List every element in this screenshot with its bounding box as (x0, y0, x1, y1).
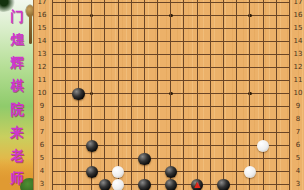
board-intersection[interactable] (59, 9, 72, 22)
board-intersection[interactable] (217, 9, 230, 22)
board-intersection[interactable] (191, 113, 204, 126)
board-intersection[interactable] (191, 139, 204, 152)
row-label-right: 7 (290, 128, 304, 137)
board-intersection[interactable] (72, 178, 85, 190)
board-intersection[interactable] (138, 9, 151, 22)
board-intersection[interactable] (230, 35, 243, 48)
row-label-left: 6 (34, 141, 50, 150)
board-intersection[interactable] (85, 87, 98, 100)
board-intersection[interactable] (125, 74, 138, 87)
board-intersection[interactable] (243, 61, 256, 74)
sidebar-caption-char: 辉 (9, 51, 25, 74)
board-intersection[interactable] (217, 165, 230, 178)
go-app-screen: 门煌辉棋院来老师 ▲ 17161514131211109876543 17161… (0, 0, 304, 190)
board-intersection[interactable] (85, 165, 98, 178)
board-intersection[interactable] (98, 35, 111, 48)
board-intersection[interactable] (85, 48, 98, 61)
board-intersection[interactable] (151, 74, 164, 87)
board-intersection[interactable] (72, 35, 85, 48)
row-labels-left: 17161514131211109876543 (34, 0, 50, 190)
board-intersection[interactable] (59, 100, 72, 113)
board-intersection[interactable] (125, 139, 138, 152)
board-intersection[interactable] (191, 100, 204, 113)
board-intersection[interactable] (85, 126, 98, 139)
board-intersection[interactable] (217, 0, 230, 9)
board-intersection[interactable] (243, 87, 256, 100)
board-intersection[interactable] (217, 152, 230, 165)
board-intersection[interactable] (270, 113, 283, 126)
row-label-right: 6 (290, 141, 304, 150)
board-intersection[interactable] (98, 165, 111, 178)
sidebar-caption-char: 棋 (9, 74, 25, 97)
board-intersection[interactable] (270, 9, 283, 22)
board-intersection[interactable] (257, 113, 270, 126)
board-intersection[interactable] (204, 61, 217, 74)
board-intersection[interactable] (243, 0, 256, 9)
board-intersection[interactable] (243, 35, 256, 48)
board-intersection[interactable] (270, 87, 283, 100)
board-intersection[interactable] (191, 126, 204, 139)
board-intersection[interactable] (138, 87, 151, 100)
black-stone (217, 179, 229, 190)
white-stone (257, 140, 269, 152)
board-intersection[interactable] (59, 74, 72, 87)
board-intersection[interactable] (98, 0, 111, 9)
board-intersection[interactable] (217, 178, 230, 190)
row-label-right: 3 (290, 180, 304, 189)
board-intersection[interactable] (59, 61, 72, 74)
board-intersection[interactable] (204, 113, 217, 126)
board-intersection[interactable] (164, 87, 177, 100)
board-intersection[interactable] (230, 87, 243, 100)
board-intersection[interactable] (164, 22, 177, 35)
board-intersection[interactable] (151, 9, 164, 22)
row-label-left: 17 (34, 0, 50, 7)
board-intersection[interactable] (191, 9, 204, 22)
board-intersection[interactable] (270, 165, 283, 178)
board-intersection[interactable] (270, 35, 283, 48)
board-intersection[interactable] (164, 48, 177, 61)
board-intersection[interactable] (111, 74, 124, 87)
board-intersection[interactable] (257, 178, 270, 190)
board-intersection[interactable] (177, 126, 190, 139)
board-intersection[interactable] (177, 165, 190, 178)
board-intersection[interactable] (177, 178, 190, 190)
board-intersection[interactable] (98, 48, 111, 61)
board-intersection[interactable] (230, 22, 243, 35)
board-intersection[interactable] (125, 87, 138, 100)
black-stone (86, 140, 98, 152)
board-intersection[interactable] (270, 74, 283, 87)
row-label-right: 9 (290, 102, 304, 111)
board-intersection[interactable] (111, 139, 124, 152)
board-intersection[interactable] (230, 100, 243, 113)
row-label-left: 7 (34, 128, 50, 137)
star-point (169, 92, 173, 96)
board-intersection[interactable] (257, 48, 270, 61)
board-intersection[interactable] (164, 35, 177, 48)
board-intersection[interactable] (257, 74, 270, 87)
black-stone (86, 166, 98, 178)
board-intersection[interactable] (98, 87, 111, 100)
board-intersection[interactable] (59, 35, 72, 48)
sidebar-caption-char: 门 (9, 5, 25, 28)
board-intersection[interactable] (164, 113, 177, 126)
board-intersection[interactable] (138, 139, 151, 152)
last-move-triangle-marker: ▲ (194, 180, 200, 188)
board-intersection[interactable] (270, 22, 283, 35)
board-intersection[interactable] (243, 22, 256, 35)
board-intersection[interactable] (125, 0, 138, 9)
board-intersection[interactable] (217, 48, 230, 61)
board-intersection[interactable] (151, 22, 164, 35)
board-intersection[interactable] (85, 9, 98, 22)
row-label-right: 11 (290, 76, 304, 85)
board-intersection[interactable] (217, 61, 230, 74)
row-label-left: 5 (34, 154, 50, 163)
board-intersection[interactable] (257, 0, 270, 9)
board-intersection[interactable] (125, 22, 138, 35)
board-intersection[interactable] (230, 61, 243, 74)
board-intersection[interactable] (164, 165, 177, 178)
board-intersection[interactable] (191, 74, 204, 87)
board-intersection[interactable] (230, 48, 243, 61)
board-intersection[interactable] (98, 126, 111, 139)
black-stone (165, 179, 177, 190)
board-intersection[interactable] (151, 139, 164, 152)
board-intersection[interactable] (138, 22, 151, 35)
board-intersection[interactable] (111, 35, 124, 48)
board-intersection[interactable] (138, 178, 151, 190)
board-intersection[interactable] (72, 48, 85, 61)
board-intersection[interactable] (230, 9, 243, 22)
board-intersection[interactable] (191, 165, 204, 178)
board-intersection[interactable] (72, 100, 85, 113)
board-intersection[interactable] (72, 126, 85, 139)
board-intersection[interactable] (72, 113, 85, 126)
board-intersection[interactable] (111, 152, 124, 165)
board-intersection[interactable] (243, 165, 256, 178)
board-intersection[interactable] (151, 178, 164, 190)
board-intersection[interactable] (257, 35, 270, 48)
board-intersection[interactable] (98, 113, 111, 126)
go-board-grid: ▲ (46, 0, 297, 190)
row-label-left: 9 (34, 102, 50, 111)
board-intersection[interactable] (177, 35, 190, 48)
board-intersection[interactable] (204, 100, 217, 113)
board-intersection[interactable] (125, 100, 138, 113)
board-intersection[interactable] (138, 152, 151, 165)
row-label-left: 8 (34, 115, 50, 124)
board-intersection[interactable] (72, 165, 85, 178)
board-intersection[interactable] (204, 126, 217, 139)
board-intersection[interactable] (243, 178, 256, 190)
board-intersection[interactable] (85, 113, 98, 126)
board-intersection[interactable] (217, 139, 230, 152)
board-intersection[interactable] (257, 152, 270, 165)
board-intersection[interactable] (111, 9, 124, 22)
row-label-right: 16 (290, 11, 304, 20)
board-intersection[interactable] (111, 165, 124, 178)
board-intersection[interactable] (72, 152, 85, 165)
board-intersection[interactable] (217, 35, 230, 48)
board-intersection[interactable] (151, 165, 164, 178)
board-intersection[interactable] (177, 139, 190, 152)
board-intersection[interactable] (191, 0, 204, 9)
board-intersection[interactable] (85, 61, 98, 74)
board-intersection[interactable] (125, 178, 138, 190)
board-intersection[interactable] (204, 139, 217, 152)
board-intersection[interactable] (85, 178, 98, 190)
board-intersection[interactable] (270, 100, 283, 113)
board-intersection[interactable] (204, 9, 217, 22)
board-intersection[interactable] (125, 35, 138, 48)
board-intersection[interactable] (270, 126, 283, 139)
board-intersection[interactable] (111, 100, 124, 113)
board-intersection[interactable] (138, 74, 151, 87)
board-intersection[interactable] (72, 22, 85, 35)
board-intersection[interactable] (98, 61, 111, 74)
board-intersection[interactable] (177, 74, 190, 87)
board-intersection[interactable] (59, 165, 72, 178)
board-intersection[interactable] (125, 165, 138, 178)
board-intersection[interactable] (217, 113, 230, 126)
board-intersection[interactable] (257, 165, 270, 178)
board-intersection[interactable] (243, 152, 256, 165)
sidebar-caption-char: 院 (9, 98, 25, 121)
board-intersection[interactable] (151, 61, 164, 74)
board-intersection[interactable] (164, 152, 177, 165)
board-intersection[interactable] (151, 87, 164, 100)
board-intersection[interactable] (72, 74, 85, 87)
board-intersection[interactable] (270, 48, 283, 61)
row-label-right: 5 (290, 154, 304, 163)
board-intersection[interactable] (72, 139, 85, 152)
board-intersection[interactable] (230, 178, 243, 190)
black-stone: ▲ (191, 179, 203, 190)
board-intersection[interactable] (98, 9, 111, 22)
board-intersection[interactable] (243, 74, 256, 87)
board-intersection[interactable] (138, 35, 151, 48)
board-intersection[interactable] (138, 113, 151, 126)
board-intersection[interactable] (164, 0, 177, 9)
board-intersection[interactable] (138, 0, 151, 9)
board-intersection[interactable] (164, 74, 177, 87)
sidebar: 门煌辉棋院来老师 (0, 0, 33, 190)
board-intersection[interactable] (111, 61, 124, 74)
board-intersection[interactable] (151, 0, 164, 9)
board-intersection[interactable]: ▲ (191, 178, 204, 190)
row-label-left: 10 (34, 89, 50, 98)
board-intersection[interactable] (217, 74, 230, 87)
board-intersection[interactable] (125, 61, 138, 74)
board-intersection[interactable] (125, 48, 138, 61)
board-intersection[interactable] (217, 126, 230, 139)
board-intersection[interactable] (164, 61, 177, 74)
board-intersection[interactable] (217, 87, 230, 100)
board-intersection[interactable] (191, 22, 204, 35)
board-intersection[interactable] (243, 48, 256, 61)
board-intersection[interactable] (164, 100, 177, 113)
row-label-right: 12 (290, 63, 304, 72)
board-intersection[interactable] (270, 178, 283, 190)
board-intersection[interactable] (257, 126, 270, 139)
board-intersection[interactable] (270, 152, 283, 165)
board-intersection[interactable] (257, 87, 270, 100)
board-intersection[interactable] (243, 113, 256, 126)
board-intersection[interactable] (59, 178, 72, 190)
board-intersection[interactable] (111, 178, 124, 190)
board-intersection[interactable] (151, 48, 164, 61)
board-intersection[interactable] (138, 165, 151, 178)
board-intersection[interactable] (59, 48, 72, 61)
board-intersection[interactable] (177, 48, 190, 61)
board-intersection[interactable] (164, 126, 177, 139)
board-intersection[interactable] (257, 139, 270, 152)
board-intersection[interactable] (164, 178, 177, 190)
board-intersection[interactable] (85, 0, 98, 9)
board-intersection[interactable] (243, 139, 256, 152)
board-intersection[interactable] (85, 74, 98, 87)
board-intersection[interactable] (243, 126, 256, 139)
board-intersection[interactable] (111, 126, 124, 139)
board-intersection[interactable] (243, 9, 256, 22)
board-intersection[interactable] (204, 87, 217, 100)
star-point (90, 92, 94, 96)
board-intersection[interactable] (138, 61, 151, 74)
board-intersection[interactable] (204, 165, 217, 178)
board-intersection[interactable] (230, 165, 243, 178)
board-intersection[interactable] (257, 61, 270, 74)
row-label-right: 15 (290, 24, 304, 33)
board-intersection[interactable] (177, 61, 190, 74)
row-label-left: 11 (34, 76, 50, 85)
board-intersection[interactable] (191, 87, 204, 100)
board-intersection[interactable] (125, 113, 138, 126)
board-intersection[interactable] (230, 74, 243, 87)
board-intersection[interactable] (111, 87, 124, 100)
row-label-left: 15 (34, 24, 50, 33)
board-intersection[interactable] (138, 126, 151, 139)
row-label-right: 17 (290, 0, 304, 7)
board-intersection[interactable] (151, 152, 164, 165)
board-intersection[interactable] (125, 9, 138, 22)
board-intersection[interactable] (59, 87, 72, 100)
board-intersection[interactable] (85, 152, 98, 165)
board-intersection[interactable] (59, 113, 72, 126)
board-intersection[interactable] (257, 9, 270, 22)
board-intersection[interactable] (98, 139, 111, 152)
board-intersection[interactable] (204, 74, 217, 87)
board-intersection[interactable] (204, 178, 217, 190)
board-intersection[interactable] (59, 152, 72, 165)
board-intersection[interactable] (230, 139, 243, 152)
row-label-right: 14 (290, 37, 304, 46)
board-intersection[interactable] (204, 152, 217, 165)
board-intersection[interactable] (270, 0, 283, 9)
board-intersection[interactable] (270, 61, 283, 74)
board-intersection[interactable] (230, 0, 243, 9)
board-intersection[interactable] (164, 9, 177, 22)
board-intersection[interactable] (177, 113, 190, 126)
board-intersection[interactable] (191, 61, 204, 74)
row-label-left: 3 (34, 180, 50, 189)
board-intersection[interactable] (191, 152, 204, 165)
wooden-spoon-handle (29, 15, 32, 44)
board-intersection[interactable] (191, 35, 204, 48)
black-stone (138, 153, 150, 165)
board-intersection[interactable] (177, 9, 190, 22)
board-intersection[interactable] (59, 139, 72, 152)
board-intersection[interactable] (59, 126, 72, 139)
board-intersection[interactable] (217, 22, 230, 35)
board-intersection[interactable] (151, 35, 164, 48)
star-point (248, 14, 252, 18)
board-intersection[interactable] (164, 139, 177, 152)
board-intersection[interactable] (72, 61, 85, 74)
board-intersection[interactable] (151, 113, 164, 126)
board-intersection[interactable] (177, 87, 190, 100)
board-intersection[interactable] (177, 22, 190, 35)
board-intersection[interactable] (270, 139, 283, 152)
board-intersection[interactable] (230, 113, 243, 126)
sidebar-caption: 门煌辉棋院来老师 (9, 5, 25, 190)
board-intersection[interactable] (111, 113, 124, 126)
black-stone (138, 179, 150, 190)
board-intersection[interactable] (111, 22, 124, 35)
board-intersection[interactable] (111, 48, 124, 61)
board-intersection[interactable] (204, 48, 217, 61)
board-intersection[interactable] (204, 22, 217, 35)
board-intersection[interactable] (125, 126, 138, 139)
board-intersection[interactable] (125, 152, 138, 165)
board-intersection[interactable] (204, 0, 217, 9)
board-intersection[interactable] (217, 100, 230, 113)
board-intersection[interactable] (98, 178, 111, 190)
board-intersection[interactable] (111, 0, 124, 9)
board-intersection[interactable] (59, 22, 72, 35)
board-intersection[interactable] (177, 152, 190, 165)
board-intersection[interactable] (151, 126, 164, 139)
board-intersection[interactable] (98, 74, 111, 87)
board-intersection[interactable] (85, 139, 98, 152)
board-intersection[interactable] (72, 0, 85, 9)
board-intersection[interactable] (98, 22, 111, 35)
board-intersection[interactable] (177, 0, 190, 9)
board-intersection[interactable] (72, 87, 85, 100)
board-intersection[interactable] (257, 22, 270, 35)
board-intersection[interactable] (72, 9, 85, 22)
board-intersection[interactable] (191, 48, 204, 61)
board-intersection[interactable] (230, 152, 243, 165)
board-intersection[interactable] (98, 100, 111, 113)
board-intersection[interactable] (98, 152, 111, 165)
board-intersection[interactable] (138, 48, 151, 61)
board-intersection[interactable] (138, 100, 151, 113)
board-intersection[interactable] (204, 35, 217, 48)
sidebar-caption-char: 老 (9, 144, 25, 167)
board-intersection[interactable] (243, 100, 256, 113)
board-intersection[interactable] (85, 35, 98, 48)
board-intersection[interactable] (151, 100, 164, 113)
board-intersection[interactable] (230, 126, 243, 139)
board-intersection[interactable] (85, 100, 98, 113)
board-intersection[interactable] (177, 100, 190, 113)
board-intersection[interactable] (257, 100, 270, 113)
board-intersection[interactable] (85, 22, 98, 35)
star-point (248, 92, 252, 96)
board-intersection[interactable] (59, 0, 72, 9)
